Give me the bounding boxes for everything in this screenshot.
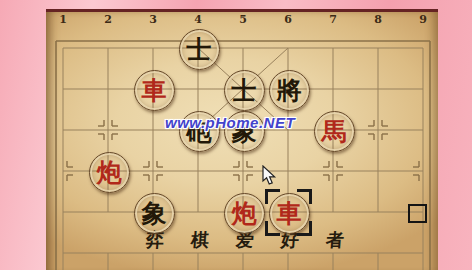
file-label-1: 1 <box>56 13 70 26</box>
last-move-square-marker <box>408 204 427 223</box>
piece-black-advisor-f4r1[interactable]: 士 <box>179 29 220 70</box>
piece-black-general-f6r2[interactable]: 將 <box>269 70 310 111</box>
file-label-8: 8 <box>371 13 385 26</box>
piece-red-cannon-f2r4[interactable]: 炮 <box>89 152 130 193</box>
piece-red-chariot-f6r5[interactable]: 車 <box>269 193 310 234</box>
piece-black-advisor-f5r2[interactable]: 士 <box>224 70 265 111</box>
screenshot-root: 123456789 士車士將砲象馬炮象炮車 弈棋爱好者 www.pHome.NE… <box>0 0 472 270</box>
watermark: www.pHome.NET <box>165 114 295 131</box>
file-label-7: 7 <box>326 13 340 26</box>
file-label-6: 6 <box>281 13 295 26</box>
piece-red-cannon-f5r5[interactable]: 炮 <box>224 193 265 234</box>
piece-red-chariot-f3r2[interactable]: 車 <box>134 70 175 111</box>
river-text: 弈棋爱好者 <box>145 228 372 252</box>
piece-black-elephant-f3r5[interactable]: 象 <box>134 193 175 234</box>
piece-red-horse-f7r3[interactable]: 馬 <box>314 111 355 152</box>
file-label-4: 4 <box>191 13 205 26</box>
file-label-5: 5 <box>236 13 250 26</box>
file-label-2: 2 <box>101 13 115 26</box>
file-label-3: 3 <box>146 13 160 26</box>
file-label-9: 9 <box>416 13 430 26</box>
